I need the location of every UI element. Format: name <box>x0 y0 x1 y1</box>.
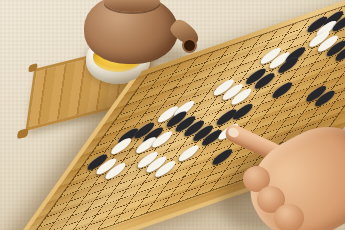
hand <box>0 0 345 230</box>
go-photo-scene: ●●●●●●●●●●●●●●●●●●●●●●●●●●●●●●●●●●●●●●●●… <box>0 0 345 230</box>
curled-finger <box>274 204 304 230</box>
